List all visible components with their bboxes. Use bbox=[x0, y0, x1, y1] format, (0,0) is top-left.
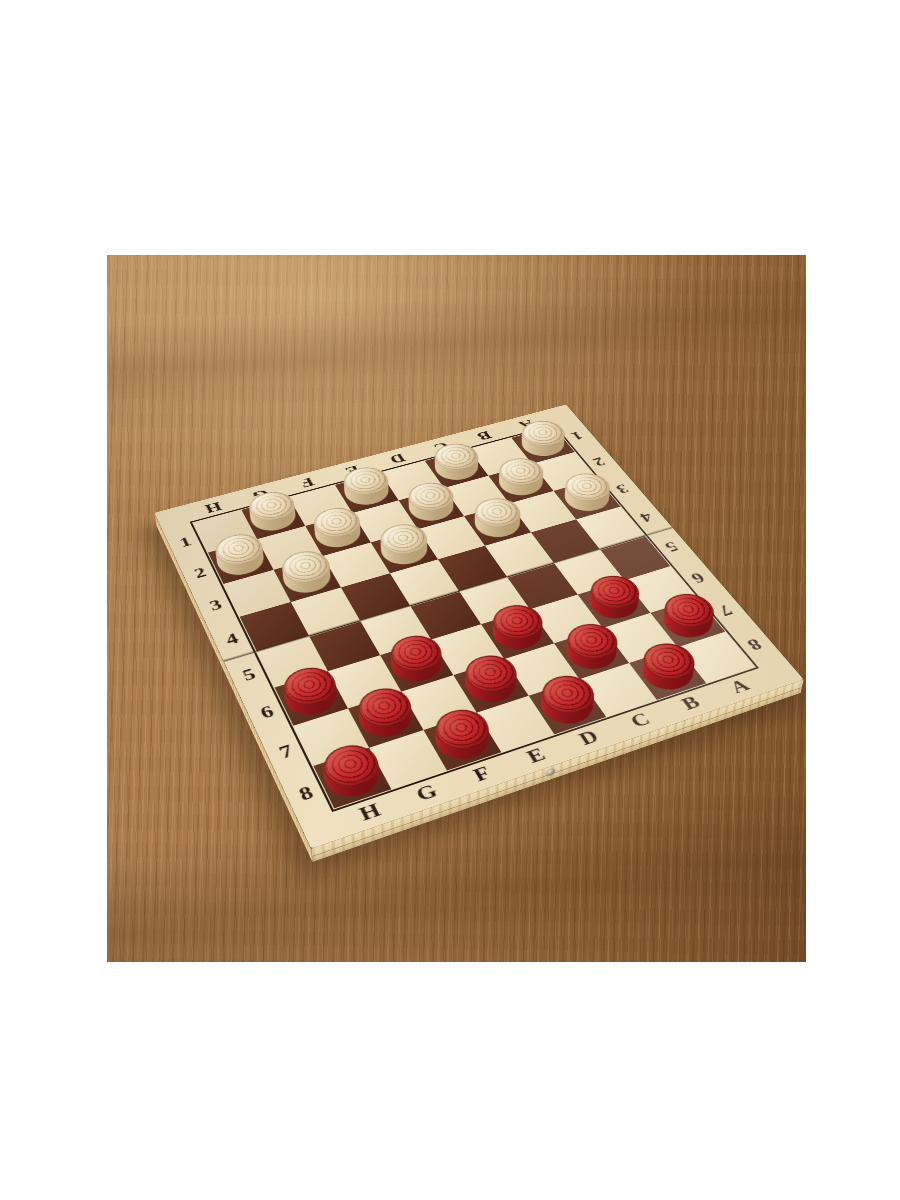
piece-red-d8[interactable] bbox=[533, 682, 602, 731]
clasp-screw bbox=[546, 768, 554, 777]
white-canvas: { "game": { "name": "checkers", "variant… bbox=[0, 0, 900, 1200]
piece-red-e7[interactable] bbox=[458, 662, 525, 710]
piece-red-d6[interactable] bbox=[485, 612, 550, 656]
piece-red-h8[interactable] bbox=[318, 751, 387, 805]
piece-red-f8[interactable] bbox=[428, 716, 497, 767]
piece-red-c7[interactable] bbox=[558, 631, 625, 676]
checkers-board: 1122334455667788HHGGFFEEDDCCBBAA bbox=[154, 404, 803, 848]
piece-red-g7[interactable] bbox=[352, 695, 419, 745]
piece-red-b8[interactable] bbox=[633, 650, 701, 697]
piece-red-h6[interactable] bbox=[279, 674, 344, 722]
piece-red-f6[interactable] bbox=[384, 642, 449, 688]
wood-grain-streak bbox=[107, 262, 806, 438]
piece-red-b6[interactable] bbox=[582, 583, 646, 625]
product-photo: 1122334455667788HHGGFFEEDDCCBBAA bbox=[107, 255, 806, 962]
piece-red-a7[interactable] bbox=[655, 601, 721, 644]
